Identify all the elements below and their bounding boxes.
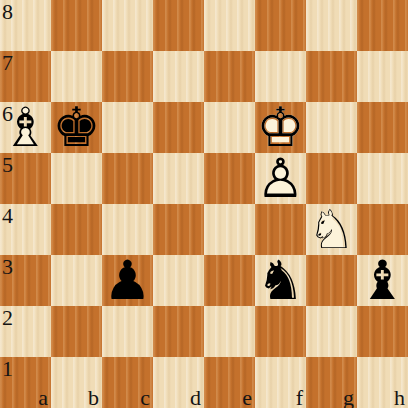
black-king-icon: ♚ (51, 102, 102, 153)
square-e4[interactable] (204, 204, 255, 255)
square-h6[interactable] (357, 102, 408, 153)
square-d2[interactable] (153, 306, 204, 357)
square-d4[interactable] (153, 204, 204, 255)
piece-white-pawn[interactable]: ♟♙ (255, 153, 306, 204)
square-g2[interactable] (306, 306, 357, 357)
square-c6[interactable] (102, 102, 153, 153)
square-g7[interactable] (306, 51, 357, 102)
chess-board: ♝♗♚♚♔♟♙♞♘♟♞♝87654321abcdefgh (0, 0, 408, 408)
square-e3[interactable] (204, 255, 255, 306)
square-a3[interactable] (0, 255, 51, 306)
square-b6[interactable]: ♚ (51, 102, 102, 153)
square-d1[interactable] (153, 357, 204, 408)
black-knight-icon: ♞ (255, 255, 306, 306)
square-d7[interactable] (153, 51, 204, 102)
square-e8[interactable] (204, 0, 255, 51)
square-h7[interactable] (357, 51, 408, 102)
square-h3[interactable]: ♝ (357, 255, 408, 306)
piece-black-knight[interactable]: ♞ (255, 255, 306, 306)
square-b1[interactable] (51, 357, 102, 408)
square-d8[interactable] (153, 0, 204, 51)
white-knight-icon: ♘ (306, 204, 357, 255)
square-h2[interactable] (357, 306, 408, 357)
square-a8[interactable] (0, 0, 51, 51)
square-c7[interactable] (102, 51, 153, 102)
white-bishop-icon: ♗ (0, 102, 51, 153)
white-pawn-icon: ♙ (255, 153, 306, 204)
square-h1[interactable] (357, 357, 408, 408)
square-f3[interactable]: ♞ (255, 255, 306, 306)
square-e7[interactable] (204, 51, 255, 102)
piece-white-bishop[interactable]: ♝♗ (0, 102, 51, 153)
piece-white-knight[interactable]: ♞♘ (306, 204, 357, 255)
square-b2[interactable] (51, 306, 102, 357)
square-a5[interactable] (0, 153, 51, 204)
square-a2[interactable] (0, 306, 51, 357)
square-a6[interactable]: ♝♗ (0, 102, 51, 153)
white-king-icon: ♔ (255, 102, 306, 153)
square-h8[interactable] (357, 0, 408, 51)
square-c1[interactable] (102, 357, 153, 408)
black-pawn-icon: ♟ (102, 255, 153, 306)
piece-black-pawn[interactable]: ♟ (102, 255, 153, 306)
square-g3[interactable] (306, 255, 357, 306)
square-g8[interactable] (306, 0, 357, 51)
square-a1[interactable] (0, 357, 51, 408)
square-g1[interactable] (306, 357, 357, 408)
piece-black-king[interactable]: ♚ (51, 102, 102, 153)
piece-black-bishop[interactable]: ♝ (357, 255, 408, 306)
square-e2[interactable] (204, 306, 255, 357)
square-d3[interactable] (153, 255, 204, 306)
square-f5[interactable]: ♟♙ (255, 153, 306, 204)
square-d6[interactable] (153, 102, 204, 153)
square-c5[interactable] (102, 153, 153, 204)
square-c8[interactable] (102, 0, 153, 51)
square-c2[interactable] (102, 306, 153, 357)
square-g4[interactable]: ♞♘ (306, 204, 357, 255)
square-g6[interactable] (306, 102, 357, 153)
square-d5[interactable] (153, 153, 204, 204)
square-f2[interactable] (255, 306, 306, 357)
square-f6[interactable]: ♚♔ (255, 102, 306, 153)
square-f7[interactable] (255, 51, 306, 102)
square-c4[interactable] (102, 204, 153, 255)
square-a7[interactable] (0, 51, 51, 102)
square-e1[interactable] (204, 357, 255, 408)
square-c3[interactable]: ♟ (102, 255, 153, 306)
square-f1[interactable] (255, 357, 306, 408)
square-h5[interactable] (357, 153, 408, 204)
square-f4[interactable] (255, 204, 306, 255)
square-b5[interactable] (51, 153, 102, 204)
square-g5[interactable] (306, 153, 357, 204)
square-b7[interactable] (51, 51, 102, 102)
square-b8[interactable] (51, 0, 102, 51)
square-h4[interactable] (357, 204, 408, 255)
black-bishop-icon: ♝ (357, 255, 408, 306)
piece-white-king[interactable]: ♚♔ (255, 102, 306, 153)
square-e6[interactable] (204, 102, 255, 153)
square-f8[interactable] (255, 0, 306, 51)
square-e5[interactable] (204, 153, 255, 204)
square-a4[interactable] (0, 204, 51, 255)
square-b4[interactable] (51, 204, 102, 255)
square-b3[interactable] (51, 255, 102, 306)
